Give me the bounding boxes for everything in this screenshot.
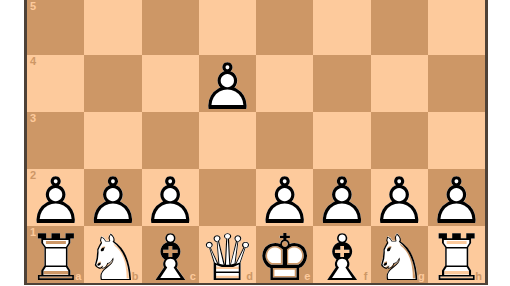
square-b1[interactable]: ♞♘b [84, 226, 141, 283]
file-label-e: e [304, 271, 310, 282]
square-b4[interactable] [84, 55, 141, 112]
file-label-d: d [246, 271, 253, 282]
white-pawn-c2[interactable]: ♟♙ [142, 169, 199, 226]
rank-label-3: 3 [30, 112, 36, 124]
square-f3[interactable] [313, 112, 370, 169]
square-g3[interactable] [371, 112, 428, 169]
square-d4[interactable]: ♟♙ [199, 55, 256, 112]
square-e3[interactable] [256, 112, 313, 169]
square-a4[interactable]: 4 [27, 55, 84, 112]
square-f5[interactable] [313, 0, 370, 55]
square-a1[interactable]: 1♜♖a [27, 226, 84, 283]
square-e4[interactable] [256, 55, 313, 112]
square-e5[interactable] [256, 0, 313, 55]
white-pawn-b2[interactable]: ♟♙ [84, 169, 141, 226]
file-label-a: a [75, 271, 81, 282]
square-c2[interactable]: ♟♙ [142, 169, 199, 226]
square-c1[interactable]: ♝♗c [142, 226, 199, 283]
square-d1[interactable]: ♛♕d [199, 226, 256, 283]
square-h4[interactable] [428, 55, 485, 112]
file-label-b: b [132, 271, 139, 282]
square-h1[interactable]: ♜♖h [428, 226, 485, 283]
file-label-g: g [418, 271, 425, 282]
square-e1[interactable]: ♚♔e [256, 226, 313, 283]
square-d2[interactable] [199, 169, 256, 226]
square-g5[interactable] [371, 0, 428, 55]
square-h5[interactable] [428, 0, 485, 55]
file-label-h: h [475, 271, 482, 282]
square-g4[interactable] [371, 55, 428, 112]
square-e2[interactable]: ♟♙ [256, 169, 313, 226]
white-pawn-e2[interactable]: ♟♙ [256, 169, 313, 226]
file-label-f: f [364, 271, 368, 282]
square-g2[interactable]: ♟♙ [371, 169, 428, 226]
file-label-c: c [190, 271, 196, 282]
white-pawn-g2[interactable]: ♟♙ [371, 169, 428, 226]
square-c4[interactable] [142, 55, 199, 112]
rank-label-5: 5 [30, 0, 36, 12]
white-pawn-h2[interactable]: ♟♙ [428, 169, 485, 226]
rank-label-4: 4 [30, 55, 36, 67]
white-bishop-outline-glyph: ♗ [313, 226, 370, 285]
square-b3[interactable] [84, 112, 141, 169]
square-a2[interactable]: 2♟♙ [27, 169, 84, 226]
square-d5[interactable] [199, 0, 256, 55]
square-b2[interactable]: ♟♙ [84, 169, 141, 226]
square-c5[interactable] [142, 0, 199, 55]
page: 54♟♙32♟♙♟♙♟♙♟♙♟♙♟♙♟♙1♜♖a♞♘b♝♗c♛♕d♚♔e♝♗f♞… [0, 0, 510, 286]
square-f1[interactable]: ♝♗f [313, 226, 370, 283]
square-f4[interactable] [313, 55, 370, 112]
square-b5[interactable] [84, 0, 141, 55]
square-h3[interactable] [428, 112, 485, 169]
board-grid: 54♟♙32♟♙♟♙♟♙♟♙♟♙♟♙♟♙1♜♖a♞♘b♝♗c♛♕d♚♔e♝♗f♞… [27, 0, 485, 283]
white-pawn-d4[interactable]: ♟♙ [199, 55, 256, 112]
white-bishop-f1[interactable]: ♝♗ [313, 226, 370, 283]
square-a5[interactable]: 5 [27, 0, 84, 55]
square-c3[interactable] [142, 112, 199, 169]
square-g1[interactable]: ♞♘g [371, 226, 428, 283]
square-f2[interactable]: ♟♙ [313, 169, 370, 226]
square-a3[interactable]: 3 [27, 112, 84, 169]
white-pawn-a2[interactable]: ♟♙ [27, 169, 84, 226]
white-pawn-f2[interactable]: ♟♙ [313, 169, 370, 226]
square-h2[interactable]: ♟♙ [428, 169, 485, 226]
square-d3[interactable] [199, 112, 256, 169]
chess-board: 54♟♙32♟♙♟♙♟♙♟♙♟♙♟♙♟♙1♜♖a♞♘b♝♗c♛♕d♚♔e♝♗f♞… [24, 0, 488, 285]
white-pawn-outline-glyph: ♙ [199, 55, 256, 119]
